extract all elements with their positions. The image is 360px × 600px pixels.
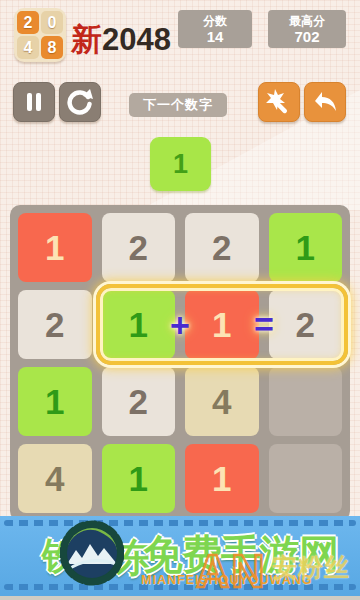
logo-tile-0: 0 bbox=[41, 11, 63, 34]
tile-4: 4 bbox=[18, 444, 92, 513]
score-box: 分数 14 bbox=[178, 10, 252, 48]
watermark-anfensi: 安粉丝 bbox=[272, 551, 350, 584]
empty-cell bbox=[269, 444, 343, 513]
logo-tile-4: 4 bbox=[17, 36, 39, 59]
undo-arrow-icon bbox=[312, 89, 338, 115]
score-value: 14 bbox=[207, 28, 224, 45]
logo-tile-2: 2 bbox=[17, 11, 39, 34]
tile-4: 4 bbox=[185, 367, 259, 436]
score-label: 分数 bbox=[203, 14, 227, 28]
app-logo-2048: 2 0 4 8 bbox=[14, 8, 66, 62]
banner-dash-strip-top bbox=[4, 520, 356, 526]
magic-wand-button[interactable] bbox=[258, 82, 300, 122]
tile-2: 2 bbox=[269, 290, 343, 359]
magic-wand-icon bbox=[265, 88, 293, 116]
next-number-label: 下一个数字 bbox=[129, 93, 227, 117]
watermark-an: AN bbox=[196, 544, 266, 598]
best-score-value: 702 bbox=[294, 28, 319, 45]
equals-operator: = bbox=[254, 305, 274, 344]
pause-icon bbox=[22, 90, 46, 114]
tile-2: 2 bbox=[102, 367, 176, 436]
plus-operator: + bbox=[170, 306, 190, 345]
board-grid[interactable]: 12212112124411 bbox=[10, 205, 350, 521]
title-prefix: 新 bbox=[71, 22, 102, 57]
mountain-badge-icon bbox=[60, 520, 124, 586]
tile-1: 1 bbox=[269, 213, 343, 282]
banner-bottom-edge bbox=[0, 596, 360, 600]
restart-icon bbox=[67, 89, 93, 115]
best-score-box: 最高分 702 bbox=[268, 10, 346, 48]
game-title: 新2048 bbox=[71, 19, 171, 61]
pause-button[interactable] bbox=[13, 82, 55, 122]
tile-1: 1 bbox=[102, 444, 176, 513]
empty-cell bbox=[269, 367, 343, 436]
tile-1: 1 bbox=[102, 290, 176, 359]
tile-2: 2 bbox=[18, 290, 92, 359]
tile-2: 2 bbox=[102, 213, 176, 282]
tile-1: 1 bbox=[18, 367, 92, 436]
tile-1: 1 bbox=[185, 290, 259, 359]
best-score-label: 最高分 bbox=[289, 14, 325, 28]
game-screen: 2 0 4 8 新2048 分数 14 最高分 702 下一个数字 bbox=[0, 0, 360, 600]
title-number: 2048 bbox=[102, 22, 171, 57]
next-number-tile: 1 bbox=[150, 137, 211, 191]
undo-button[interactable] bbox=[304, 82, 346, 122]
tile-1: 1 bbox=[185, 444, 259, 513]
site-logo-badge bbox=[60, 520, 124, 590]
tile-1: 1 bbox=[18, 213, 92, 282]
restart-button[interactable] bbox=[59, 82, 101, 122]
tile-2: 2 bbox=[185, 213, 259, 282]
logo-tile-8: 8 bbox=[41, 36, 63, 59]
